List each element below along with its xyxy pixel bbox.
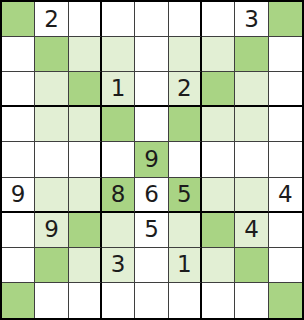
cell-r3c5[interactable] <box>169 107 202 142</box>
cell-r0c0[interactable] <box>2 2 35 37</box>
cell-r2c5[interactable]: 2 <box>169 72 202 107</box>
cell-r5c6[interactable] <box>202 178 235 213</box>
cell-r6c3[interactable] <box>102 213 135 248</box>
cell-r8c2[interactable] <box>69 283 102 318</box>
cell-r5c0[interactable]: 9 <box>2 178 35 213</box>
cell-r8c0[interactable] <box>2 283 35 318</box>
cell-r3c4[interactable] <box>135 107 168 142</box>
cell-r1c8[interactable] <box>269 37 302 72</box>
cell-r6c2[interactable] <box>69 213 102 248</box>
cell-r2c0[interactable] <box>2 72 35 107</box>
cell-r1c4[interactable] <box>135 37 168 72</box>
cell-r7c2[interactable] <box>69 248 102 283</box>
cell-r4c1[interactable] <box>35 142 68 177</box>
cell-r3c6[interactable] <box>202 107 235 142</box>
cell-r5c3[interactable]: 8 <box>102 178 135 213</box>
cell-r5c7[interactable] <box>235 178 268 213</box>
cell-r3c2[interactable] <box>69 107 102 142</box>
cell-r3c0[interactable] <box>2 107 35 142</box>
cell-r7c8[interactable] <box>269 248 302 283</box>
cell-r7c3[interactable]: 3 <box>102 248 135 283</box>
cell-r8c7[interactable] <box>235 283 268 318</box>
cell-r6c6[interactable] <box>202 213 235 248</box>
sudoku-board: 231299865495431 <box>0 0 304 320</box>
cell-r1c3[interactable] <box>102 37 135 72</box>
cell-r2c2[interactable] <box>69 72 102 107</box>
cell-r6c1[interactable]: 9 <box>35 213 68 248</box>
cell-r3c7[interactable] <box>235 107 268 142</box>
cell-r7c1[interactable] <box>35 248 68 283</box>
cell-r0c7[interactable]: 3 <box>235 2 268 37</box>
cell-r3c1[interactable] <box>35 107 68 142</box>
cell-r5c1[interactable] <box>35 178 68 213</box>
cell-r1c1[interactable] <box>35 37 68 72</box>
cell-r0c3[interactable] <box>102 2 135 37</box>
cell-r3c3[interactable] <box>102 107 135 142</box>
cell-r7c6[interactable] <box>202 248 235 283</box>
cell-r2c3[interactable]: 1 <box>102 72 135 107</box>
cell-r2c7[interactable] <box>235 72 268 107</box>
cell-r7c4[interactable] <box>135 248 168 283</box>
cell-r8c3[interactable] <box>102 283 135 318</box>
cell-r4c4[interactable]: 9 <box>135 142 168 177</box>
cell-r8c5[interactable] <box>169 283 202 318</box>
cell-r7c5[interactable]: 1 <box>169 248 202 283</box>
cell-r8c8[interactable] <box>269 283 302 318</box>
cell-r4c8[interactable] <box>269 142 302 177</box>
cell-r4c6[interactable] <box>202 142 235 177</box>
cell-r3c8[interactable] <box>269 107 302 142</box>
cell-r1c2[interactable] <box>69 37 102 72</box>
cell-r0c1[interactable]: 2 <box>35 2 68 37</box>
cell-r0c6[interactable] <box>202 2 235 37</box>
cell-r0c8[interactable] <box>269 2 302 37</box>
cell-r4c2[interactable] <box>69 142 102 177</box>
cell-r6c7[interactable]: 4 <box>235 213 268 248</box>
cell-r8c6[interactable] <box>202 283 235 318</box>
cell-r7c0[interactable] <box>2 248 35 283</box>
cell-r4c3[interactable] <box>102 142 135 177</box>
cell-r2c1[interactable] <box>35 72 68 107</box>
cell-r0c5[interactable] <box>169 2 202 37</box>
cell-r5c8[interactable]: 4 <box>269 178 302 213</box>
cell-r0c2[interactable] <box>69 2 102 37</box>
cell-r6c4[interactable]: 5 <box>135 213 168 248</box>
cell-r7c7[interactable] <box>235 248 268 283</box>
cell-r6c8[interactable] <box>269 213 302 248</box>
cell-r5c4[interactable]: 6 <box>135 178 168 213</box>
cell-r2c8[interactable] <box>269 72 302 107</box>
cell-r1c0[interactable] <box>2 37 35 72</box>
cell-r1c7[interactable] <box>235 37 268 72</box>
cell-r1c6[interactable] <box>202 37 235 72</box>
cell-r2c6[interactable] <box>202 72 235 107</box>
cell-r6c5[interactable] <box>169 213 202 248</box>
cell-r4c0[interactable] <box>2 142 35 177</box>
cell-r0c4[interactable] <box>135 2 168 37</box>
cell-r6c0[interactable] <box>2 213 35 248</box>
cell-r4c7[interactable] <box>235 142 268 177</box>
cell-r4c5[interactable] <box>169 142 202 177</box>
cell-r5c2[interactable] <box>69 178 102 213</box>
cell-r1c5[interactable] <box>169 37 202 72</box>
cell-r8c1[interactable] <box>35 283 68 318</box>
cell-r8c4[interactable] <box>135 283 168 318</box>
cell-r2c4[interactable] <box>135 72 168 107</box>
cell-r5c5[interactable]: 5 <box>169 178 202 213</box>
